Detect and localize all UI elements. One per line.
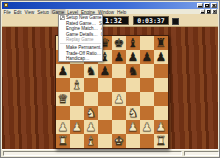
square-b3[interactable] — [70, 106, 84, 120]
square-f4[interactable] — [126, 92, 140, 106]
square-e1[interactable]: ♚ — [112, 134, 126, 148]
square-e3[interactable] — [112, 106, 126, 120]
dropdown-item-label: Handicap… — [66, 56, 90, 62]
square-h7[interactable]: ♟ — [154, 50, 168, 64]
piece-white-knight[interactable]: ♞ — [126, 106, 140, 120]
clock-toolbar: 1:32 0:03:37 — [2, 14, 218, 27]
square-e8[interactable]: ♚ — [112, 36, 126, 50]
piece-black-king[interactable]: ♚ — [112, 36, 126, 50]
piece-black-pawn[interactable]: ♟ — [56, 64, 70, 78]
square-e2[interactable] — [112, 120, 126, 134]
square-b2[interactable]: ♟ — [70, 120, 84, 134]
square-c2[interactable]: ♟ — [84, 120, 98, 134]
square-a2[interactable]: ♟ — [56, 120, 70, 134]
piece-black-pawn[interactable]: ♟ — [98, 64, 112, 78]
status-right-panel: ··· — [184, 151, 219, 156]
app-icon — [4, 3, 8, 7]
piece-black-pawn[interactable]: ♟ — [154, 50, 168, 64]
piece-white-rook[interactable]: ♜ — [154, 134, 168, 148]
square-a4[interactable]: ♛ — [56, 92, 70, 106]
board-icon — [60, 16, 65, 21]
square-c4[interactable] — [84, 92, 98, 106]
square-b5[interactable]: ♝ — [70, 78, 84, 92]
square-b6[interactable] — [70, 64, 84, 78]
piece-white-knight[interactable]: ♞ — [84, 106, 98, 120]
piece-black-rook[interactable]: ♜ — [154, 36, 168, 50]
piece-white-pawn[interactable]: ♟ — [140, 120, 154, 134]
square-c3[interactable]: ♞ — [84, 106, 98, 120]
piece-white-pawn[interactable]: ♟ — [56, 120, 70, 134]
square-h3[interactable] — [154, 106, 168, 120]
square-f7[interactable]: ♟ — [126, 50, 140, 64]
piece-white-bishop[interactable]: ♝ — [84, 134, 98, 148]
square-c6[interactable]: ♞ — [84, 64, 98, 78]
square-g1[interactable] — [140, 134, 154, 148]
square-a3[interactable] — [56, 106, 70, 120]
mdi-close-button[interactable] — [212, 9, 217, 14]
square-b1[interactable] — [70, 134, 84, 148]
square-g5[interactable] — [140, 78, 154, 92]
close-button[interactable] — [211, 3, 217, 8]
square-c1[interactable]: ♝ — [84, 134, 98, 148]
square-g6[interactable] — [140, 64, 154, 78]
square-f2[interactable]: ♟ — [126, 120, 140, 134]
piece-white-bishop[interactable]: ♝ — [70, 78, 84, 92]
status-bar: ··· — [2, 149, 218, 156]
black-clock: 0:03:37 — [133, 16, 169, 25]
square-h1[interactable]: ♜ — [154, 134, 168, 148]
piece-black-pawn[interactable]: ♟ — [126, 50, 140, 64]
square-e4[interactable]: ♟ — [112, 92, 126, 106]
piece-white-pawn[interactable]: ♟ — [84, 120, 98, 134]
mdi-restore-button[interactable] — [206, 9, 211, 14]
piece-white-rook[interactable]: ♜ — [56, 134, 70, 148]
square-a6[interactable]: ♟ — [56, 64, 70, 78]
square-b4[interactable] — [70, 92, 84, 106]
app-window: ChessPartner - Free 6 Beta 6.2 FileEditV… — [0, 0, 220, 158]
square-e7[interactable]: ♟ — [112, 50, 126, 64]
square-f8[interactable]: ♝ — [126, 36, 140, 50]
square-h5[interactable] — [154, 78, 168, 92]
square-d4[interactable] — [98, 92, 112, 106]
minimize-button[interactable] — [197, 3, 203, 8]
square-h4[interactable] — [154, 92, 168, 106]
square-g4[interactable] — [140, 92, 154, 106]
square-f5[interactable] — [126, 78, 140, 92]
square-f6[interactable]: ♞ — [126, 64, 140, 78]
square-a5[interactable] — [56, 78, 70, 92]
dropdown-item-label: Replay Game — [66, 37, 94, 43]
square-g8[interactable] — [140, 36, 154, 50]
square-g2[interactable]: ♟ — [140, 120, 154, 134]
window-controls — [197, 3, 217, 8]
piece-white-king[interactable]: ♚ — [112, 134, 126, 148]
piece-white-queen[interactable]: ♛ — [56, 92, 70, 106]
maximize-button[interactable] — [204, 3, 210, 8]
square-d3[interactable] — [98, 106, 112, 120]
square-d5[interactable] — [98, 78, 112, 92]
mdi-window-controls — [200, 9, 217, 14]
dropdown-items: Setup New Game…F2Rated Game…Shift+F2Engi… — [59, 15, 102, 61]
square-d6[interactable]: ♟ — [98, 64, 112, 78]
side-to-move-indicator — [172, 18, 179, 25]
square-h2[interactable]: ♟ — [154, 120, 168, 134]
square-f1[interactable] — [126, 134, 140, 148]
square-h6[interactable] — [154, 64, 168, 78]
square-e5[interactable] — [112, 78, 126, 92]
square-d1[interactable] — [98, 134, 112, 148]
piece-black-knight[interactable]: ♞ — [84, 64, 98, 78]
piece-black-knight[interactable]: ♞ — [126, 64, 140, 78]
square-d2[interactable] — [98, 120, 112, 134]
piece-black-pawn[interactable]: ♟ — [112, 50, 126, 64]
piece-white-pawn[interactable]: ♟ — [154, 120, 168, 134]
dropdown-item[interactable]: Handicap… — [59, 56, 102, 62]
piece-white-pawn[interactable]: ♟ — [112, 92, 126, 106]
square-g7[interactable]: ♟ — [140, 50, 154, 64]
square-g3[interactable] — [140, 106, 154, 120]
dropdown-menu: Setup New Game…F2Rated Game…Shift+F2Engi… — [58, 14, 103, 62]
piece-black-bishop[interactable]: ♝ — [126, 36, 140, 50]
piece-black-pawn[interactable]: ♟ — [140, 50, 154, 64]
dropdown-item[interactable]: Replay Game — [59, 37, 102, 43]
menu-separator — [60, 44, 101, 45]
title-bar[interactable]: ChessPartner - Free 6 Beta 6.2 — [2, 2, 218, 9]
square-e6[interactable] — [112, 64, 126, 78]
square-a1[interactable]: ♜ — [56, 134, 70, 148]
status-message-panel — [3, 151, 182, 156]
piece-white-pawn[interactable]: ♟ — [126, 120, 140, 134]
square-h8[interactable]: ♜ — [154, 36, 168, 50]
square-c5[interactable] — [84, 78, 98, 92]
piece-white-pawn[interactable]: ♟ — [70, 120, 84, 134]
square-f3[interactable]: ♞ — [126, 106, 140, 120]
window-title-wrap: ChessPartner - Free 6 Beta 6.2 — [11, 2, 161, 9]
mdi-minimize-button[interactable] — [200, 9, 205, 14]
